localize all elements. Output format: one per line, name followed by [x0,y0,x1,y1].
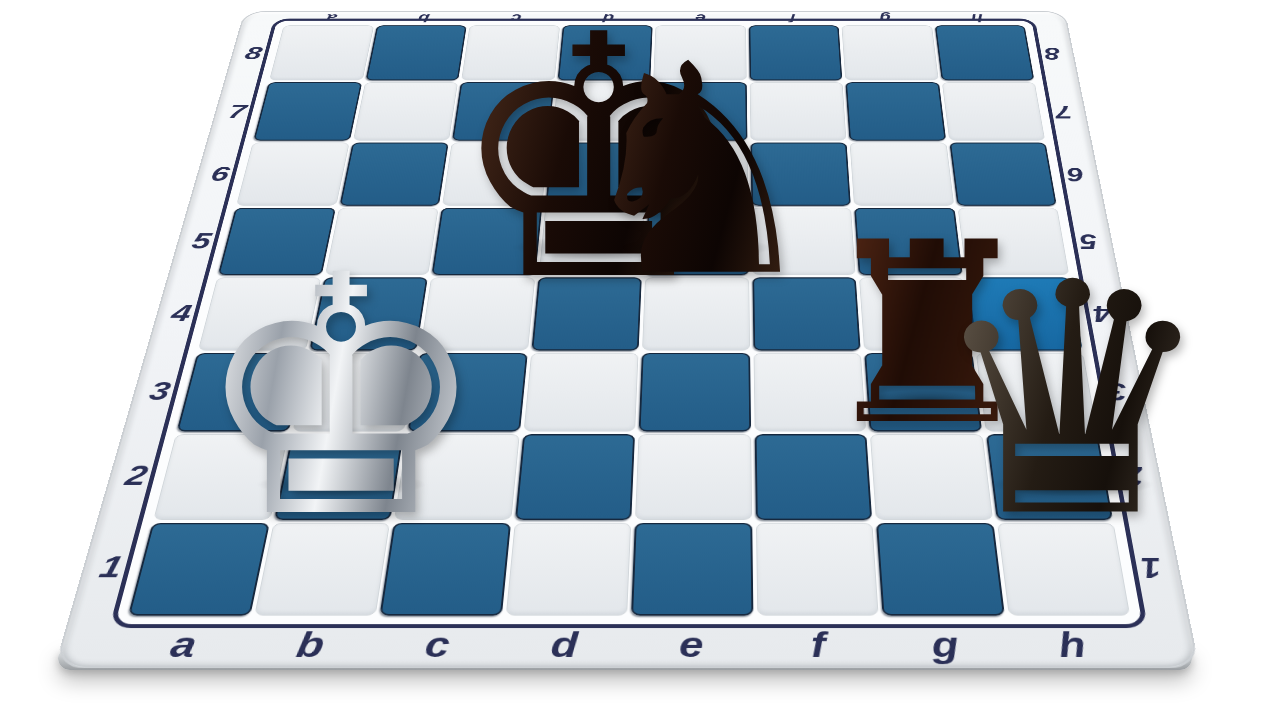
square-a3[interactable] [177,353,305,432]
rank-label-right-3: 3 [1105,377,1129,404]
square-g3[interactable] [864,353,981,432]
page: aabbccddeeffgghh1122334455667788 ♚♞♜♛♚ [0,0,1280,720]
square-b5[interactable] [325,208,439,276]
square-d4[interactable] [531,277,642,350]
square-b8[interactable] [365,25,466,80]
rank-label-right-7: 7 [1054,101,1074,121]
square-a2[interactable] [153,434,288,520]
square-e8[interactable] [653,25,746,80]
square-b6[interactable] [339,143,448,206]
square-e7[interactable] [651,82,747,141]
square-d1[interactable] [505,523,631,616]
square-e5[interactable] [645,208,749,276]
square-d7[interactable] [551,82,650,141]
rank-label-right-6: 6 [1065,163,1086,185]
square-a1[interactable] [128,523,269,616]
square-a7[interactable] [253,82,362,141]
rank-label-right-8: 8 [1043,44,1062,63]
square-f6[interactable] [750,143,851,206]
square-h8[interactable] [934,25,1034,80]
square-e3[interactable] [639,353,751,432]
square-c6[interactable] [442,143,548,206]
square-h2[interactable] [986,434,1113,520]
file-label-top-f: f [789,11,796,24]
square-c5[interactable] [431,208,541,276]
file-label-top-h: h [970,11,983,24]
square-c2[interactable] [394,434,519,520]
square-g1[interactable] [876,523,1004,616]
square-a8[interactable] [269,25,374,80]
file-label-bottom-b: b [294,625,328,665]
square-h1[interactable] [997,523,1130,616]
file-label-bottom-e: e [679,625,704,665]
square-e6[interactable] [648,143,748,206]
square-f3[interactable] [753,353,866,432]
square-f7[interactable] [749,82,846,141]
chess-board-scene: aabbccddeeffgghh1122334455667788 ♚♞♜♛♚ [0,0,1280,720]
square-b3[interactable] [292,353,416,432]
square-e1[interactable] [631,523,753,616]
square-b2[interactable] [274,434,404,520]
square-a6[interactable] [236,143,349,206]
square-b7[interactable] [353,82,458,141]
square-c4[interactable] [420,277,535,350]
file-label-top-d: d [602,11,614,24]
square-e2[interactable] [635,434,752,520]
chess-board: aabbccddeeffgghh1122334455667788 [54,11,1200,668]
board-grid [128,25,1130,615]
square-c8[interactable] [461,25,559,80]
square-f8[interactable] [749,25,843,80]
file-label-bottom-d: d [550,625,579,665]
file-label-top-g: g [879,11,892,24]
square-a5[interactable] [218,208,336,276]
square-d3[interactable] [523,353,638,432]
square-f5[interactable] [751,208,855,276]
square-g2[interactable] [870,434,993,520]
square-g7[interactable] [845,82,945,141]
square-a4[interactable] [198,277,321,350]
square-g4[interactable] [859,277,972,350]
file-label-bottom-h: h [1056,625,1089,665]
rank-label-left-5: 5 [189,229,214,253]
square-h6[interactable] [949,143,1057,206]
rank-label-right-4: 4 [1091,300,1114,325]
rank-label-left-7: 7 [226,101,249,122]
square-d6[interactable] [545,143,647,206]
square-g8[interactable] [841,25,938,80]
square-c7[interactable] [452,82,554,141]
square-b1[interactable] [254,523,390,616]
file-label-top-c: c [510,11,522,24]
rank-label-right-2: 2 [1121,461,1146,490]
rank-label-left-6: 6 [208,163,232,186]
rank-label-right-1: 1 [1138,551,1164,583]
file-label-top-e: e [695,11,706,24]
square-h4[interactable] [966,277,1083,350]
square-g6[interactable] [850,143,954,206]
square-d2[interactable] [515,434,635,520]
square-h7[interactable] [942,82,1046,141]
file-label-bottom-f: f [810,625,826,665]
rank-label-left-8: 8 [243,43,265,63]
square-h3[interactable] [975,353,1097,432]
file-label-bottom-c: c [423,625,452,665]
square-b4[interactable] [309,277,428,350]
square-f4[interactable] [752,277,861,350]
square-f1[interactable] [755,523,878,616]
square-e4[interactable] [642,277,750,350]
square-f2[interactable] [754,434,872,520]
square-d5[interactable] [538,208,644,276]
square-d8[interactable] [557,25,652,80]
file-label-top-b: b [417,11,431,24]
square-h5[interactable] [957,208,1069,276]
square-c3[interactable] [408,353,528,432]
file-label-bottom-a: a [167,625,201,665]
square-g5[interactable] [854,208,962,276]
square-c1[interactable] [380,523,511,616]
file-label-bottom-g: g [930,625,960,665]
rank-label-right-5: 5 [1078,229,1100,252]
